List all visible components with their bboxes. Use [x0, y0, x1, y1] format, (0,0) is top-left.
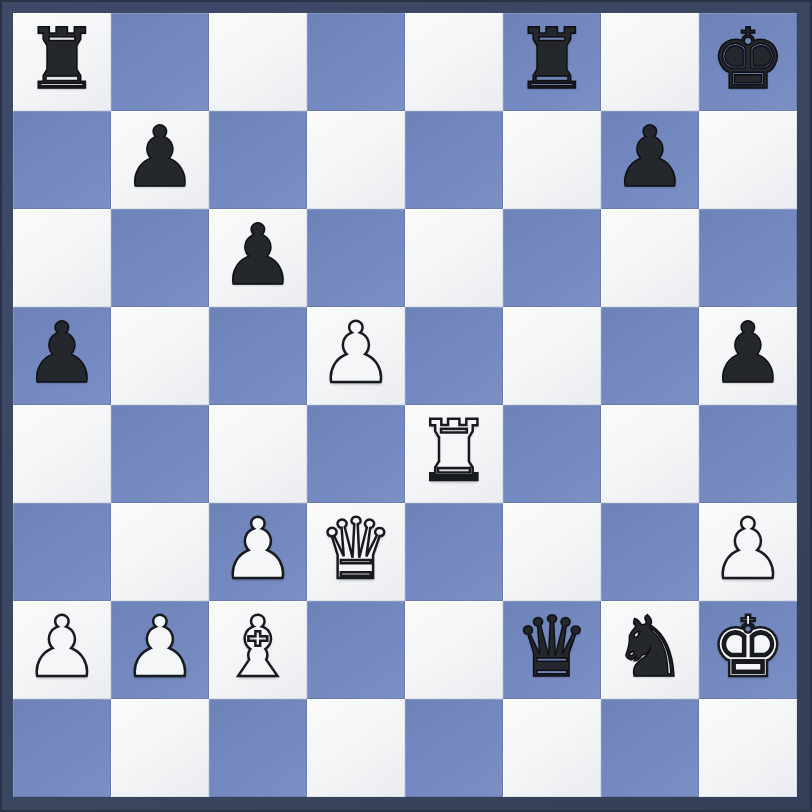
piece-black-queen[interactable]: ♛	[514, 598, 589, 696]
piece-black-pawn[interactable]: ♟	[220, 206, 295, 304]
square-b2[interactable]: ♟	[111, 601, 209, 699]
square-a6[interactable]	[13, 209, 111, 307]
square-e2[interactable]	[405, 601, 503, 699]
piece-white-pawn[interactable]: ♟	[122, 598, 197, 696]
square-g4[interactable]	[601, 405, 699, 503]
square-f7[interactable]	[503, 111, 601, 209]
square-a8[interactable]: ♜	[13, 13, 111, 111]
square-h1[interactable]	[699, 699, 797, 797]
square-e4[interactable]: ♜	[405, 405, 503, 503]
square-d4[interactable]	[307, 405, 405, 503]
square-a3[interactable]	[13, 503, 111, 601]
piece-white-pawn[interactable]: ♟	[318, 304, 393, 402]
square-b3[interactable]	[111, 503, 209, 601]
piece-black-pawn[interactable]: ♟	[710, 304, 785, 402]
square-e7[interactable]	[405, 111, 503, 209]
square-b5[interactable]	[111, 307, 209, 405]
square-f4[interactable]	[503, 405, 601, 503]
square-c1[interactable]	[209, 699, 307, 797]
piece-white-pawn[interactable]: ♟	[24, 598, 99, 696]
square-h8[interactable]: ♚	[699, 13, 797, 111]
square-c5[interactable]	[209, 307, 307, 405]
square-g5[interactable]	[601, 307, 699, 405]
square-d7[interactable]	[307, 111, 405, 209]
piece-black-king[interactable]: ♚	[710, 10, 785, 108]
square-g8[interactable]	[601, 13, 699, 111]
chess-board-frame: ♜♜♚♟♟♟♟♟♟♜♟♛♟♟♟♝♛♞♚	[0, 0, 812, 812]
square-b1[interactable]	[111, 699, 209, 797]
piece-white-king[interactable]: ♚	[710, 598, 785, 696]
piece-white-pawn[interactable]: ♟	[220, 500, 295, 598]
square-d5[interactable]: ♟	[307, 307, 405, 405]
square-b8[interactable]	[111, 13, 209, 111]
square-d6[interactable]	[307, 209, 405, 307]
square-e5[interactable]	[405, 307, 503, 405]
square-g6[interactable]	[601, 209, 699, 307]
square-f3[interactable]	[503, 503, 601, 601]
square-a5[interactable]: ♟	[13, 307, 111, 405]
square-d3[interactable]: ♛	[307, 503, 405, 601]
piece-black-pawn[interactable]: ♟	[612, 108, 687, 206]
square-g1[interactable]	[601, 699, 699, 797]
square-g2[interactable]: ♞	[601, 601, 699, 699]
chess-board: ♜♜♚♟♟♟♟♟♟♜♟♛♟♟♟♝♛♞♚	[13, 13, 797, 797]
square-a4[interactable]	[13, 405, 111, 503]
piece-black-pawn[interactable]: ♟	[122, 108, 197, 206]
square-e8[interactable]	[405, 13, 503, 111]
square-e6[interactable]	[405, 209, 503, 307]
piece-white-queen[interactable]: ♛	[318, 500, 393, 598]
square-c8[interactable]	[209, 13, 307, 111]
square-h4[interactable]	[699, 405, 797, 503]
square-g3[interactable]	[601, 503, 699, 601]
piece-white-bishop[interactable]: ♝	[220, 598, 295, 696]
square-f2[interactable]: ♛	[503, 601, 601, 699]
square-f6[interactable]	[503, 209, 601, 307]
square-h6[interactable]	[699, 209, 797, 307]
square-e3[interactable]	[405, 503, 503, 601]
square-a2[interactable]: ♟	[13, 601, 111, 699]
square-c6[interactable]: ♟	[209, 209, 307, 307]
square-b6[interactable]	[111, 209, 209, 307]
square-c4[interactable]	[209, 405, 307, 503]
square-b4[interactable]	[111, 405, 209, 503]
square-a1[interactable]	[13, 699, 111, 797]
square-b7[interactable]: ♟	[111, 111, 209, 209]
piece-white-rook[interactable]: ♜	[416, 402, 491, 500]
square-d2[interactable]	[307, 601, 405, 699]
piece-white-pawn[interactable]: ♟	[710, 500, 785, 598]
square-c3[interactable]: ♟	[209, 503, 307, 601]
square-c2[interactable]: ♝	[209, 601, 307, 699]
square-f1[interactable]	[503, 699, 601, 797]
square-a7[interactable]	[13, 111, 111, 209]
square-g7[interactable]: ♟	[601, 111, 699, 209]
square-h7[interactable]	[699, 111, 797, 209]
square-d8[interactable]	[307, 13, 405, 111]
piece-black-pawn[interactable]: ♟	[24, 304, 99, 402]
square-d1[interactable]	[307, 699, 405, 797]
square-f8[interactable]: ♜	[503, 13, 601, 111]
square-h2[interactable]: ♚	[699, 601, 797, 699]
square-h3[interactable]: ♟	[699, 503, 797, 601]
square-e1[interactable]	[405, 699, 503, 797]
square-c7[interactable]	[209, 111, 307, 209]
square-h5[interactable]: ♟	[699, 307, 797, 405]
piece-black-rook[interactable]: ♜	[24, 10, 99, 108]
square-f5[interactable]	[503, 307, 601, 405]
piece-black-knight[interactable]: ♞	[612, 598, 687, 696]
piece-black-rook[interactable]: ♜	[514, 10, 589, 108]
